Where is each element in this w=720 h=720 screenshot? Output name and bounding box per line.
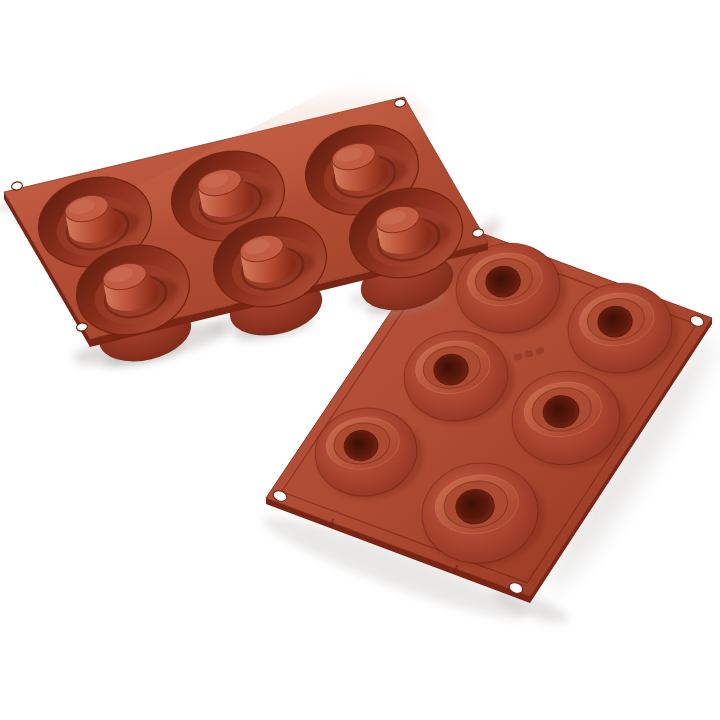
product-photo-silicone-donut-molds — [0, 0, 720, 720]
scene-svg — [0, 0, 720, 720]
